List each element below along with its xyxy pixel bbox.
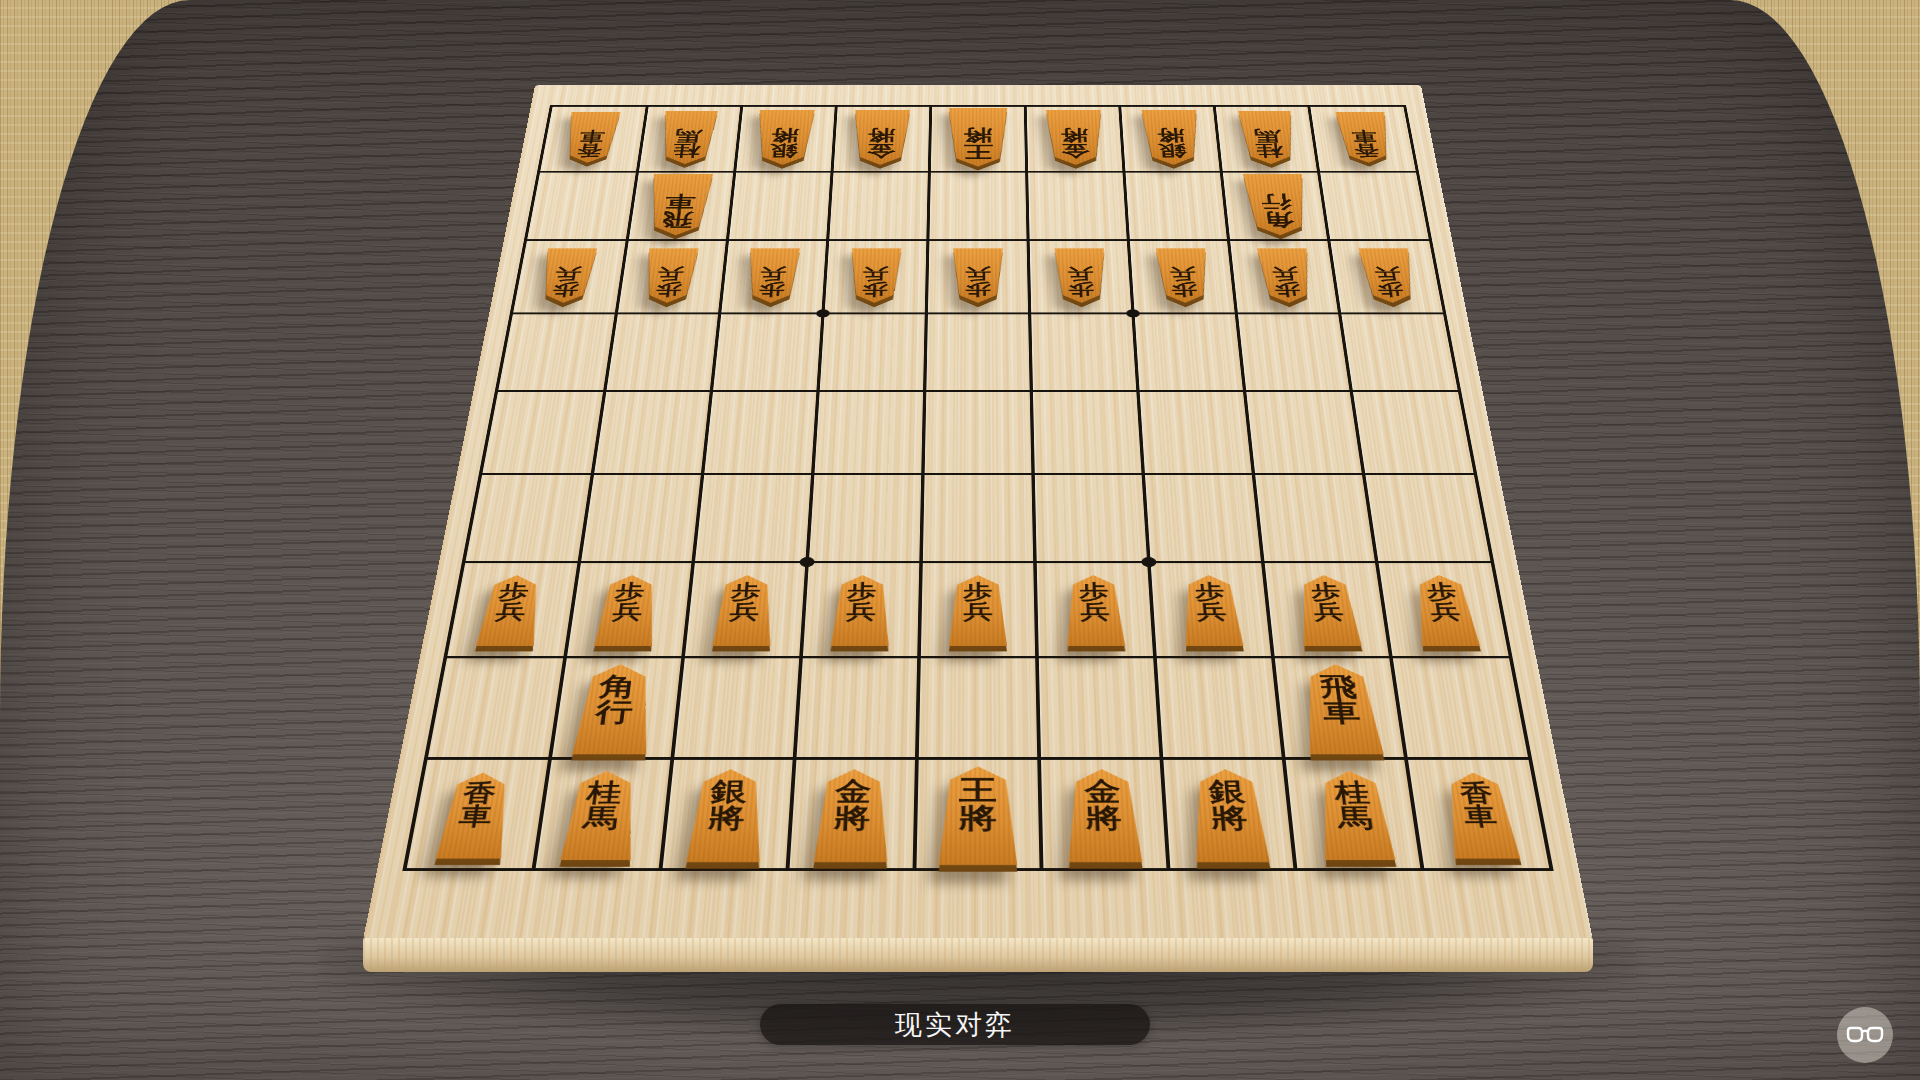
- piece-kanji-label: 歩兵: [758, 266, 786, 296]
- shogi-piece-knight-top[interactable]: 桂馬: [652, 111, 724, 164]
- board-cell[interactable]: [1125, 170, 1230, 239]
- piece-kanji-label: 金將: [866, 128, 895, 159]
- piece-face: 金將: [846, 110, 916, 165]
- piece-face: 歩兵: [1405, 575, 1487, 646]
- piece-face: 銀將: [1182, 769, 1278, 862]
- piece-face: 香車: [1434, 773, 1527, 859]
- shogi-piece-pawn-top[interactable]: 歩兵: [533, 248, 603, 302]
- piece-kanji-label: 歩兵: [1169, 266, 1197, 296]
- board-grid: 香車桂馬銀將金將王將金將銀將桂馬香車飛車角行歩兵歩兵歩兵歩兵歩兵歩兵歩兵歩兵歩兵…: [402, 105, 1553, 871]
- board-cell[interactable]: 歩兵: [919, 563, 1038, 658]
- board-cell[interactable]: [1027, 170, 1129, 239]
- board-cell[interactable]: [602, 313, 718, 391]
- piece-kanji-label: 桂馬: [1333, 781, 1374, 830]
- board-cell[interactable]: [817, 313, 926, 391]
- board-cell[interactable]: 歩兵: [1265, 563, 1394, 658]
- board-cell[interactable]: [670, 658, 800, 760]
- piece-face: 銀將: [1135, 110, 1208, 165]
- board-cell[interactable]: [1033, 474, 1150, 563]
- board-cell[interactable]: 金將: [1026, 105, 1125, 170]
- shogi-piece-pawn-bottom[interactable]: 歩兵: [1289, 575, 1368, 646]
- board-cell[interactable]: [1238, 313, 1354, 391]
- piece-face: 歩兵: [1174, 575, 1250, 646]
- shogi-piece-silver-top[interactable]: 銀將: [1135, 110, 1208, 165]
- board-cell[interactable]: [921, 474, 1036, 563]
- board-cell[interactable]: 角行: [547, 658, 681, 760]
- piece-face: 歩兵: [470, 575, 552, 646]
- shogi-piece-pawn-bottom[interactable]: 歩兵: [1059, 575, 1132, 646]
- board-cell[interactable]: [806, 474, 923, 563]
- board-cell[interactable]: 香車: [1311, 105, 1419, 170]
- board-cell[interactable]: [1032, 391, 1145, 474]
- board-cell[interactable]: [710, 313, 822, 391]
- piece-kanji-label: 歩兵: [494, 582, 530, 621]
- board-cell[interactable]: 角行: [1223, 170, 1331, 239]
- piece-kanji-label: 銀將: [1156, 128, 1187, 159]
- board-cell[interactable]: [1255, 474, 1379, 563]
- shogi-piece-gold-bottom[interactable]: 金將: [1058, 769, 1150, 862]
- piece-face: 角行: [1236, 174, 1317, 235]
- shogi-piece-pawn-top[interactable]: 歩兵: [1150, 248, 1216, 302]
- piece-face: 金將: [1058, 769, 1150, 862]
- board-cell[interactable]: 王將: [914, 761, 1042, 871]
- piece-face: 歩兵: [1059, 575, 1132, 646]
- board-cell[interactable]: 香車: [402, 761, 546, 871]
- piece-kanji-label: 銀將: [769, 128, 800, 159]
- shogi-piece-knight-bottom[interactable]: 桂馬: [553, 771, 649, 861]
- board-cell[interactable]: 歩兵: [800, 563, 921, 658]
- piece-kanji-label: 銀將: [1208, 779, 1249, 831]
- shogi-piece-bishop-bottom[interactable]: 角行: [564, 664, 664, 754]
- board-cell[interactable]: 飛車: [625, 170, 733, 239]
- shogi-piece-pawn-top[interactable]: 歩兵: [740, 248, 806, 302]
- game-mode-pill[interactable]: 现实对弈: [760, 1004, 1150, 1045]
- shogi-piece-rook-top[interactable]: 飛車: [639, 174, 720, 235]
- board-cell[interactable]: 金將: [831, 105, 930, 170]
- shogi-piece-lance-bottom[interactable]: 香車: [428, 773, 521, 859]
- board-surface: 香車桂馬銀將金將王將金將銀將桂馬香車飛車角行歩兵歩兵歩兵歩兵歩兵歩兵歩兵歩兵歩兵…: [363, 85, 1593, 940]
- board-cell[interactable]: [479, 391, 602, 474]
- board-cell[interactable]: [1246, 391, 1366, 474]
- shogi-piece-pawn-top[interactable]: 歩兵: [636, 248, 704, 302]
- piece-face: 歩兵: [1289, 575, 1368, 646]
- shogi-board: 香車桂馬銀將金將王將金將銀將桂馬香車飛車角行歩兵歩兵歩兵歩兵歩兵歩兵歩兵歩兵歩兵…: [363, 85, 1593, 940]
- piece-face: 歩兵: [636, 248, 704, 302]
- piece-kanji-label: 歩兵: [611, 582, 645, 621]
- piece-kanji-label: 歩兵: [552, 266, 583, 296]
- shogi-piece-gold-bottom[interactable]: 金將: [806, 769, 898, 862]
- shogi-piece-king-bottom[interactable]: 王將: [930, 766, 1026, 865]
- board-cell[interactable]: [1156, 658, 1286, 760]
- board-cell[interactable]: [812, 391, 925, 474]
- board-cell[interactable]: 金將: [786, 761, 916, 871]
- board-cell[interactable]: 桂馬: [1216, 105, 1321, 170]
- shogi-piece-pawn-bottom[interactable]: 歩兵: [470, 575, 552, 646]
- shogi-piece-silver-bottom[interactable]: 銀將: [1182, 769, 1278, 862]
- board-cell[interactable]: 香車: [537, 105, 645, 170]
- board-cell[interactable]: 歩兵: [1028, 239, 1134, 312]
- piece-kanji-label: 王將: [959, 777, 998, 832]
- board-cell[interactable]: [1366, 474, 1494, 563]
- piece-kanji-label: 香車: [1458, 782, 1498, 829]
- board-cell[interactable]: 銀將: [1121, 105, 1223, 170]
- board-cell[interactable]: 歩兵: [681, 563, 806, 658]
- piece-face: 歩兵: [824, 575, 897, 646]
- piece-face: 歩兵: [844, 248, 907, 302]
- piece-face: 金將: [1040, 110, 1110, 165]
- shogi-piece-pawn-bottom[interactable]: 歩兵: [824, 575, 897, 646]
- piece-face: 香車: [1330, 112, 1399, 163]
- piece-kanji-label: 歩兵: [846, 582, 877, 621]
- board-cell[interactable]: [590, 391, 710, 474]
- board-cell[interactable]: 銀將: [733, 105, 835, 170]
- board-cell[interactable]: [1342, 313, 1461, 391]
- shogi-piece-silver-top[interactable]: 銀將: [748, 110, 821, 165]
- piece-face: 桂馬: [1307, 771, 1403, 861]
- piece-face: 金將: [806, 769, 898, 862]
- piece-face: 桂馬: [553, 771, 649, 861]
- piece-face: 桂馬: [652, 111, 724, 164]
- piece-kanji-label: 歩兵: [963, 582, 993, 621]
- piece-face: 飛車: [1292, 664, 1392, 754]
- piece-face: 王將: [941, 108, 1014, 166]
- piece-kanji-label: 角行: [594, 674, 637, 725]
- piece-face: 歩兵: [1150, 248, 1216, 302]
- board-cell[interactable]: 銀將: [1163, 761, 1298, 871]
- board-cell[interactable]: [923, 391, 1034, 474]
- board-cell[interactable]: [524, 170, 635, 239]
- piece-kanji-label: 桂馬: [582, 781, 623, 830]
- piece-kanji-label: 歩兵: [1426, 582, 1462, 621]
- board-cell[interactable]: [1030, 313, 1139, 391]
- piece-face: 歩兵: [1252, 248, 1320, 302]
- piece-kanji-label: 歩兵: [655, 266, 685, 296]
- piece-face: 歩兵: [533, 248, 603, 302]
- shogi-piece-pawn-bottom[interactable]: 歩兵: [706, 575, 782, 646]
- board-cell[interactable]: 歩兵: [1380, 563, 1513, 658]
- piece-face: 歩兵: [1353, 248, 1423, 302]
- shogi-piece-gold-top[interactable]: 金將: [846, 110, 916, 165]
- piece-kanji-label: 銀將: [707, 779, 748, 831]
- piece-kanji-label: 金將: [1060, 128, 1089, 159]
- board-cell[interactable]: [576, 474, 700, 563]
- piece-face: 歩兵: [706, 575, 782, 646]
- board-cell[interactable]: 飛車: [1275, 658, 1409, 760]
- shogi-piece-pawn-top[interactable]: 歩兵: [844, 248, 907, 302]
- shogi-piece-pawn-top[interactable]: 歩兵: [1049, 248, 1112, 302]
- board-cell[interactable]: [793, 658, 918, 760]
- piece-kanji-label: 桂馬: [1253, 128, 1283, 158]
- piece-kanji-label: 歩兵: [1310, 582, 1344, 621]
- board-cell[interactable]: 歩兵: [562, 563, 691, 658]
- board-cell[interactable]: [1037, 658, 1162, 760]
- piece-kanji-label: 香車: [576, 129, 606, 157]
- board-cell[interactable]: 歩兵: [822, 239, 928, 312]
- piece-kanji-label: 歩兵: [862, 266, 889, 296]
- board-cell[interactable]: [424, 658, 563, 760]
- piece-kanji-label: 歩兵: [965, 266, 991, 296]
- shogi-piece-pawn-top[interactable]: 歩兵: [1252, 248, 1320, 302]
- shogi-piece-pawn-bottom[interactable]: 歩兵: [588, 575, 667, 646]
- glasses-icon: [1846, 1024, 1884, 1046]
- piece-kanji-label: 歩兵: [1067, 266, 1094, 296]
- board-cell[interactable]: 歩兵: [926, 239, 1030, 312]
- board-cell[interactable]: 歩兵: [1230, 239, 1342, 312]
- shogi-piece-king-top[interactable]: 王將: [941, 108, 1014, 166]
- board-cell[interactable]: [1144, 474, 1264, 563]
- shogi-piece-lance-top[interactable]: 香車: [557, 112, 626, 163]
- board-cell[interactable]: 桂馬: [635, 105, 740, 170]
- board-cell[interactable]: [928, 170, 1029, 239]
- piece-face: 王將: [930, 766, 1026, 865]
- board-cell[interactable]: 歩兵: [718, 239, 827, 312]
- board-cell[interactable]: [1394, 658, 1533, 760]
- piece-face: 香車: [428, 773, 521, 859]
- board-cell[interactable]: [726, 170, 831, 239]
- board-cell[interactable]: [924, 313, 1031, 391]
- piece-face: 歩兵: [588, 575, 667, 646]
- board-cell[interactable]: 歩兵: [1035, 563, 1156, 658]
- board-front-edge: [363, 938, 1593, 972]
- board-cell[interactable]: 金將: [1040, 761, 1170, 871]
- board-cell[interactable]: [1354, 391, 1477, 474]
- shogi-piece-gold-top[interactable]: 金將: [1040, 110, 1110, 165]
- board-cell[interactable]: [462, 474, 590, 563]
- piece-kanji-label: 香車: [457, 782, 497, 829]
- board-cell[interactable]: 桂馬: [530, 761, 670, 871]
- board-cell[interactable]: 王將: [929, 105, 1027, 170]
- board-cell[interactable]: [916, 658, 1039, 760]
- piece-kanji-label: 角行: [1260, 193, 1295, 228]
- board-cell[interactable]: 香車: [1409, 761, 1553, 871]
- board-cell[interactable]: [1134, 313, 1246, 391]
- piece-face: 歩兵: [943, 575, 1013, 646]
- board-cell[interactable]: [1139, 391, 1255, 474]
- shogi-piece-knight-bottom[interactable]: 桂馬: [1307, 771, 1403, 861]
- board-cell[interactable]: 歩兵: [1331, 239, 1446, 312]
- piece-face: 飛車: [639, 174, 720, 235]
- shogi-piece-pawn-bottom[interactable]: 歩兵: [1174, 575, 1250, 646]
- shogi-piece-knight-top[interactable]: 桂馬: [1232, 111, 1304, 164]
- piece-face: 桂馬: [1232, 111, 1304, 164]
- piece-kanji-label: 歩兵: [1373, 266, 1404, 296]
- piece-kanji-label: 桂馬: [672, 128, 702, 158]
- piece-face: 角行: [564, 664, 664, 754]
- board-cell[interactable]: [701, 391, 817, 474]
- shogi-piece-bishop-top[interactable]: 角行: [1236, 174, 1317, 235]
- board-cell[interactable]: 歩兵: [614, 239, 726, 312]
- board-cell[interactable]: 桂馬: [1286, 761, 1426, 871]
- shogi-piece-pawn-top[interactable]: 歩兵: [1353, 248, 1423, 302]
- piece-face: 銀將: [678, 769, 774, 862]
- shogi-piece-silver-bottom[interactable]: 銀將: [678, 769, 774, 862]
- piece-kanji-label: 金將: [833, 779, 872, 831]
- shogi-piece-lance-top[interactable]: 香車: [1330, 112, 1399, 163]
- piece-kanji-label: 飛車: [661, 193, 696, 228]
- board-cell[interactable]: 歩兵: [1129, 239, 1238, 312]
- shogi-piece-rook-bottom[interactable]: 飛車: [1292, 664, 1392, 754]
- piece-kanji-label: 金將: [1084, 779, 1123, 831]
- board-cell[interactable]: [495, 313, 614, 391]
- board-cell[interactable]: 歩兵: [1150, 563, 1275, 658]
- piece-kanji-label: 飛車: [1318, 674, 1361, 725]
- piece-face: 歩兵: [740, 248, 806, 302]
- board-cell[interactable]: [1321, 170, 1432, 239]
- game-mode-label: 现实对弈: [895, 1007, 1015, 1043]
- piece-face: 歩兵: [1049, 248, 1112, 302]
- board-cell[interactable]: 銀將: [658, 761, 793, 871]
- shogi-piece-lance-bottom[interactable]: 香車: [1434, 773, 1527, 859]
- piece-kanji-label: 香車: [1350, 129, 1380, 157]
- piece-kanji-label: 歩兵: [1271, 266, 1301, 296]
- piece-face: 銀將: [748, 110, 821, 165]
- shogi-piece-pawn-top[interactable]: 歩兵: [947, 248, 1009, 302]
- board-cell[interactable]: [691, 474, 811, 563]
- board-cell[interactable]: 歩兵: [443, 563, 576, 658]
- piece-kanji-label: 歩兵: [729, 582, 762, 621]
- piece-kanji-label: 王將: [963, 127, 993, 160]
- spectate-button[interactable]: [1837, 1007, 1893, 1063]
- piece-kanji-label: 歩兵: [1195, 582, 1228, 621]
- piece-face: 香車: [557, 112, 626, 163]
- board-cell[interactable]: [827, 170, 929, 239]
- shogi-piece-pawn-bottom[interactable]: 歩兵: [943, 575, 1013, 646]
- piece-kanji-label: 歩兵: [1079, 582, 1110, 621]
- shogi-piece-pawn-bottom[interactable]: 歩兵: [1405, 575, 1487, 646]
- board-cell[interactable]: 歩兵: [510, 239, 625, 312]
